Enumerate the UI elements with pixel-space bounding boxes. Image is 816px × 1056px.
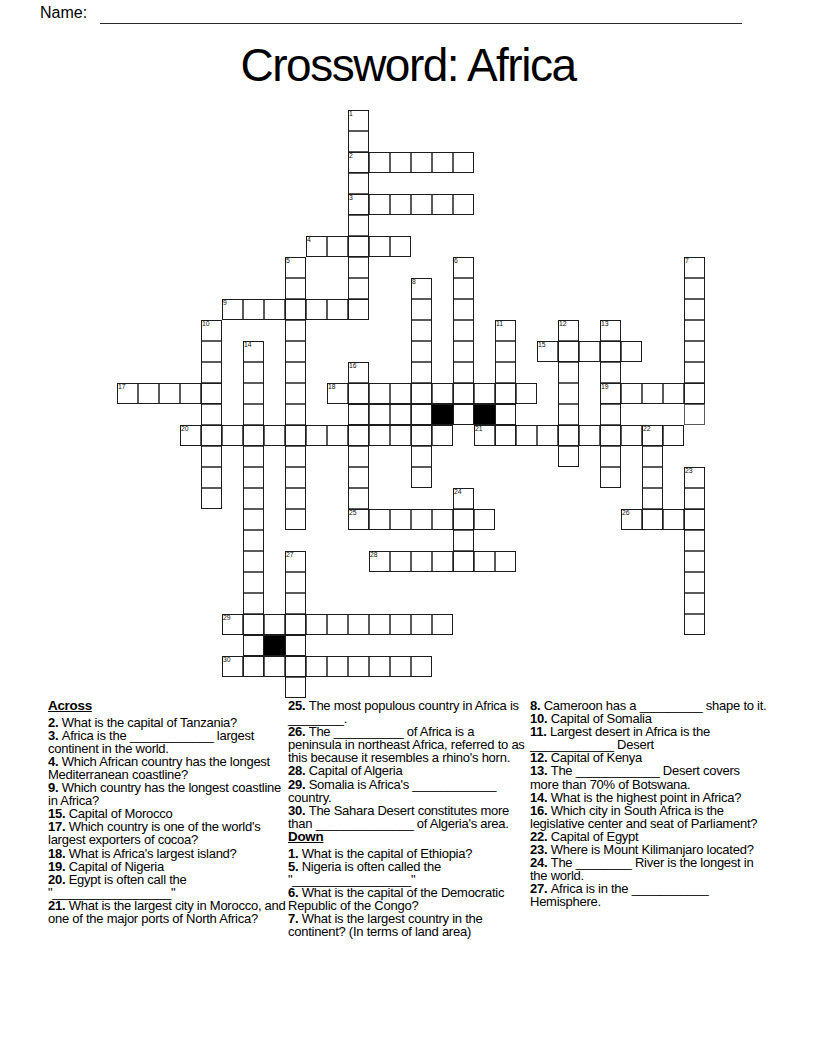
grid-cell[interactable] (432, 383, 453, 404)
grid-cell[interactable] (390, 551, 411, 572)
grid-cell[interactable] (411, 362, 432, 383)
cell-number: 2 (349, 152, 353, 160)
grid-cell[interactable] (348, 236, 369, 257)
grid-cell[interactable] (390, 425, 411, 446)
grid-cell[interactable] (138, 383, 159, 404)
grid-cell[interactable] (201, 383, 222, 404)
grid-cell[interactable] (348, 404, 369, 425)
grid-cell[interactable] (348, 257, 369, 278)
grid-cell[interactable] (684, 530, 705, 551)
grid-cell[interactable] (201, 362, 222, 383)
cell-number: 20 (181, 425, 189, 433)
grid-cell[interactable] (642, 383, 663, 404)
grid-cell[interactable] (411, 551, 432, 572)
grid-cell[interactable] (285, 383, 306, 404)
grid-cell[interactable] (348, 488, 369, 509)
clue-item: 20. Egypt is often call the "___________… (48, 873, 287, 899)
clue-list-header: Across (48, 699, 287, 712)
cell-number: 9 (223, 299, 227, 307)
grid-cell[interactable] (684, 299, 705, 320)
grid-cell[interactable] (159, 383, 180, 404)
grid-cell[interactable] (453, 551, 474, 572)
cell-number: 29 (223, 614, 231, 622)
grid-cell[interactable] (516, 425, 537, 446)
grid-cell[interactable] (600, 362, 621, 383)
clue-column: 8. Cameroon has a _________ shape to it.… (530, 699, 769, 909)
grid-cell[interactable] (327, 614, 348, 635)
grid-cell[interactable] (474, 509, 495, 530)
clue-text: Which country has the longest coastline … (48, 780, 281, 808)
grid-cell[interactable] (621, 341, 642, 362)
grid-cell[interactable] (411, 509, 432, 530)
grid-cell[interactable] (243, 593, 264, 614)
cell-number: 25 (349, 509, 357, 517)
grid-cell[interactable] (285, 278, 306, 299)
grid-cell[interactable] (600, 446, 621, 467)
cell-number: 24 (454, 488, 462, 496)
grid-cell[interactable] (432, 509, 453, 530)
grid-cell[interactable] (348, 446, 369, 467)
clue-item: 16. Which city in South Africa is the le… (530, 804, 769, 830)
grid-cell[interactable] (432, 194, 453, 215)
cell-number: 8 (412, 278, 416, 286)
grid-cell[interactable] (600, 467, 621, 488)
cell-number: 19 (601, 383, 609, 391)
grid-cell[interactable] (264, 299, 285, 320)
grid-cell[interactable] (453, 320, 474, 341)
grid-cell[interactable] (264, 425, 285, 446)
grid-cell[interactable] (495, 404, 516, 425)
grid-cell[interactable] (495, 551, 516, 572)
clue-item: 29. Somalia is Africa's ____________ cou… (288, 778, 527, 804)
cell-number: 22 (643, 425, 651, 433)
grid-cell[interactable] (369, 404, 390, 425)
grid-cell[interactable] (600, 404, 621, 425)
grid-cell[interactable] (285, 341, 306, 362)
grid-cell[interactable] (411, 614, 432, 635)
cell-number: 3 (349, 194, 353, 202)
grid-cell[interactable] (453, 194, 474, 215)
cell-number: 6 (454, 257, 458, 265)
cell-number: 17 (118, 383, 126, 391)
clue-item: 5. Nigeria is often called the "________… (288, 860, 527, 886)
grid-cell[interactable] (558, 362, 579, 383)
grid-cell[interactable] (285, 677, 306, 698)
grid-cell[interactable] (390, 194, 411, 215)
grid-cell[interactable] (285, 299, 306, 320)
grid-cell[interactable] (306, 614, 327, 635)
grid-cell[interactable] (327, 425, 348, 446)
grid-cell[interactable] (411, 320, 432, 341)
grid-cell[interactable] (327, 656, 348, 677)
grid-cell[interactable] (369, 509, 390, 530)
clue-text: The most populous country in Africa is _… (288, 698, 519, 726)
grid-cell[interactable] (285, 572, 306, 593)
black-cell (474, 404, 495, 425)
grid-cell[interactable] (642, 467, 663, 488)
clue-column: Across2. What is the capital of Tanzania… (48, 699, 287, 925)
grid-cell[interactable] (243, 551, 264, 572)
grid-cell[interactable] (348, 215, 369, 236)
grid-cell[interactable] (285, 425, 306, 446)
grid-cell[interactable] (453, 530, 474, 551)
page-title: Crossword: Africa (0, 38, 816, 92)
cell-number: 16 (349, 362, 357, 370)
grid-cell[interactable] (579, 425, 600, 446)
grid-cell[interactable] (411, 299, 432, 320)
crossword-grid: 1234567891011121314151617181920212223242… (117, 110, 705, 698)
grid-cell[interactable] (243, 404, 264, 425)
cell-number: 4 (307, 236, 311, 244)
grid-cell[interactable] (243, 488, 264, 509)
clue-text: Which African country has the longest Me… (48, 754, 270, 782)
grid-cell[interactable] (201, 488, 222, 509)
grid-cell[interactable] (453, 299, 474, 320)
clue-text: The Sahara Desert constitutes more than … (288, 803, 509, 831)
cell-number: 21 (475, 425, 483, 433)
grid-cell[interactable] (306, 299, 327, 320)
grid-cell[interactable] (243, 635, 264, 656)
grid-cell[interactable] (432, 551, 453, 572)
grid-cell[interactable] (558, 446, 579, 467)
grid-cell[interactable] (558, 425, 579, 446)
grid-cell[interactable] (453, 509, 474, 530)
cell-number: 1 (349, 110, 353, 118)
cell-number: 23 (685, 467, 693, 475)
grid-cell[interactable] (243, 572, 264, 593)
grid-cell[interactable] (264, 656, 285, 677)
clue-item: 30. The Sahara Desert constitutes more t… (288, 804, 527, 830)
grid-cell[interactable] (369, 656, 390, 677)
grid-cell[interactable] (327, 236, 348, 257)
grid-cell[interactable] (369, 194, 390, 215)
cell-number: 18 (328, 383, 336, 391)
clue-text: The ________ River is the longest in the… (530, 855, 753, 883)
cell-number: 12 (559, 320, 567, 328)
grid-cell[interactable] (180, 383, 201, 404)
cell-number: 10 (202, 320, 210, 328)
grid-cell[interactable] (348, 467, 369, 488)
cell-number: 27 (286, 551, 294, 559)
grid-cell[interactable] (474, 551, 495, 572)
grid-cell[interactable] (327, 299, 348, 320)
clue-item: 3. Africa is the ____________ largest co… (48, 729, 287, 755)
grid-cell[interactable] (390, 614, 411, 635)
grid-cell[interactable] (684, 362, 705, 383)
grid-cell[interactable] (411, 341, 432, 362)
grid-cell[interactable] (369, 152, 390, 173)
clue-text: Which country is one of the world's larg… (48, 819, 260, 847)
clue-item: 27. Africa is in the ___________ Hemisph… (530, 882, 769, 908)
grid-cell[interactable] (453, 341, 474, 362)
black-cell (264, 635, 285, 656)
grid-cell[interactable] (411, 656, 432, 677)
grid-cell[interactable] (495, 362, 516, 383)
clue-item: 17. Which country is one of the world's … (48, 820, 287, 846)
cell-number: 13 (601, 320, 609, 328)
grid-cell[interactable] (621, 425, 642, 446)
grid-cell[interactable] (369, 614, 390, 635)
grid-cell[interactable] (348, 614, 369, 635)
clue-text: Nigeria is often called the "___________… (288, 859, 441, 887)
grid-cell[interactable] (285, 509, 306, 530)
grid-cell[interactable] (348, 131, 369, 152)
clue-item: 11. Largest desert in Africa is the ____… (530, 725, 769, 751)
grid-cell[interactable] (390, 509, 411, 530)
cell-number: 7 (685, 257, 689, 265)
clue-text: What is the capital of the Democratic Re… (288, 885, 504, 913)
grid-cell[interactable] (537, 425, 558, 446)
grid-cell[interactable] (201, 467, 222, 488)
grid-cell[interactable] (201, 404, 222, 425)
cell-number: 5 (286, 257, 290, 265)
grid-cell[interactable] (264, 614, 285, 635)
grid-cell[interactable] (684, 551, 705, 572)
grid-cell[interactable] (642, 488, 663, 509)
grid-cell[interactable] (411, 425, 432, 446)
grid-cell[interactable] (243, 446, 264, 467)
grid-cell[interactable] (369, 425, 390, 446)
grid-cell[interactable] (495, 425, 516, 446)
grid-cell[interactable] (684, 509, 705, 530)
grid-cell[interactable] (621, 383, 642, 404)
grid-cell[interactable] (663, 383, 684, 404)
grid-cell[interactable] (684, 320, 705, 341)
grid-cell[interactable] (684, 572, 705, 593)
grid-cell[interactable] (684, 341, 705, 362)
grid-cell[interactable] (453, 383, 474, 404)
grid-cell[interactable] (663, 425, 684, 446)
grid-cell[interactable] (432, 425, 453, 446)
grid-cell[interactable] (369, 236, 390, 257)
clue-item: 26. The __________ of Africa is a penins… (288, 725, 527, 764)
clue-item: 7. What is the largest country in the co… (288, 912, 527, 938)
clue-text: Egypt is often call the "_______________… (48, 872, 187, 900)
grid-cell[interactable] (285, 467, 306, 488)
grid-cell[interactable] (642, 509, 663, 530)
grid-cell[interactable] (201, 341, 222, 362)
grid-cell[interactable] (285, 404, 306, 425)
grid-cell[interactable] (285, 614, 306, 635)
grid-cell[interactable] (243, 530, 264, 551)
cell-number: 15 (538, 341, 546, 349)
grid-cell[interactable] (285, 635, 306, 656)
grid-cell[interactable] (222, 425, 243, 446)
grid-cell[interactable] (600, 425, 621, 446)
grid-cell[interactable] (432, 152, 453, 173)
grid-cell[interactable] (474, 383, 495, 404)
grid-cell[interactable] (411, 194, 432, 215)
clue-item: 24. The ________ River is the longest in… (530, 856, 769, 882)
grid-cell[interactable] (348, 383, 369, 404)
clue-text: The ____________ Desert covers more than… (530, 763, 740, 791)
grid-cell[interactable] (558, 383, 579, 404)
grid-cell[interactable] (600, 341, 621, 362)
grid-cell[interactable] (579, 341, 600, 362)
name-label: Name: (40, 4, 87, 22)
clue-text: The __________ of Africa is a peninsula … (288, 724, 525, 765)
grid-cell[interactable] (495, 383, 516, 404)
grid-cell[interactable] (201, 425, 222, 446)
grid-cell[interactable] (285, 488, 306, 509)
grid-cell[interactable] (243, 362, 264, 383)
clue-item: 13. The ____________ Desert covers more … (530, 764, 769, 790)
clue-text: What is the largest city in Morocco, and… (48, 898, 286, 926)
black-cell (432, 404, 453, 425)
grid-cell[interactable] (684, 614, 705, 635)
clue-item: 21. What is the largest city in Morocco,… (48, 899, 287, 925)
grid-cell[interactable] (516, 383, 537, 404)
cell-number: 28 (370, 551, 378, 559)
grid-cell[interactable] (558, 341, 579, 362)
grid-cell[interactable] (348, 173, 369, 194)
grid-cell[interactable] (390, 404, 411, 425)
clue-list-header: Down (288, 830, 527, 843)
grid-cell[interactable] (684, 593, 705, 614)
grid-cell[interactable] (642, 446, 663, 467)
grid-cell[interactable] (411, 467, 432, 488)
grid-cell[interactable] (684, 404, 705, 425)
grid-cell[interactable] (285, 362, 306, 383)
clue-text: Largest desert in Africa is the ________… (530, 724, 710, 752)
clue-item: 6. What is the capital of the Democratic… (288, 886, 527, 912)
cell-number: 14 (244, 341, 252, 349)
grid-cell[interactable] (684, 383, 705, 404)
grid-cell[interactable] (558, 404, 579, 425)
grid-cell[interactable] (390, 383, 411, 404)
grid-cell[interactable] (243, 614, 264, 635)
grid-cell[interactable] (663, 509, 684, 530)
grid-cell[interactable] (285, 593, 306, 614)
grid-cell[interactable] (684, 278, 705, 299)
grid-cell[interactable] (432, 614, 453, 635)
clue-text: Which city in South Africa is the legisl… (530, 803, 757, 831)
clue-text: Somalia is Africa's ____________ country… (288, 777, 496, 805)
clue-text: Africa is the ____________ largest conti… (48, 728, 254, 756)
grid-cell[interactable] (453, 362, 474, 383)
grid-cell[interactable] (411, 383, 432, 404)
grid-cell[interactable] (453, 404, 474, 425)
grid-cell[interactable] (285, 446, 306, 467)
grid-cell[interactable] (243, 383, 264, 404)
clue-item: 9. Which country has the longest coastli… (48, 781, 287, 807)
grid-cell[interactable] (306, 656, 327, 677)
name-blank-line[interactable] (100, 23, 742, 24)
cell-number: 26 (622, 509, 630, 517)
grid-cell[interactable] (348, 278, 369, 299)
grid-cell[interactable] (348, 299, 369, 320)
worksheet-page: { "header": { "name_label": "Name:", "ti… (0, 0, 816, 1056)
grid-cell[interactable] (243, 467, 264, 488)
grid-cell[interactable] (285, 320, 306, 341)
grid-cell[interactable] (411, 152, 432, 173)
clue-text: What is the largest country in the conti… (288, 911, 483, 939)
cell-number: 11 (496, 320, 503, 328)
grid-cell[interactable] (348, 425, 369, 446)
grid-cell[interactable] (453, 152, 474, 173)
grid-cell[interactable] (243, 509, 264, 530)
grid-cell[interactable] (243, 425, 264, 446)
grid-cell[interactable] (243, 299, 264, 320)
grid-cell[interactable] (390, 236, 411, 257)
clue-item: 4. Which African country has the longest… (48, 755, 287, 781)
cell-number: 30 (223, 656, 231, 664)
grid-cell[interactable] (390, 656, 411, 677)
grid-cell[interactable] (369, 383, 390, 404)
grid-cell[interactable] (495, 341, 516, 362)
grid-cell[interactable] (453, 278, 474, 299)
clue-column: 25. The most populous country in Africa … (288, 699, 527, 938)
grid-cell[interactable] (390, 152, 411, 173)
grid-cell[interactable] (201, 446, 222, 467)
grid-cell[interactable] (285, 656, 306, 677)
clue-item: 25. The most populous country in Africa … (288, 699, 527, 725)
clue-text: Africa is in the ___________ Hemisphere. (530, 881, 708, 909)
grid-cell[interactable] (348, 656, 369, 677)
grid-cell[interactable] (243, 656, 264, 677)
grid-cell[interactable] (411, 446, 432, 467)
grid-cell[interactable] (684, 488, 705, 509)
grid-cell[interactable] (411, 404, 432, 425)
grid-cell[interactable] (306, 425, 327, 446)
